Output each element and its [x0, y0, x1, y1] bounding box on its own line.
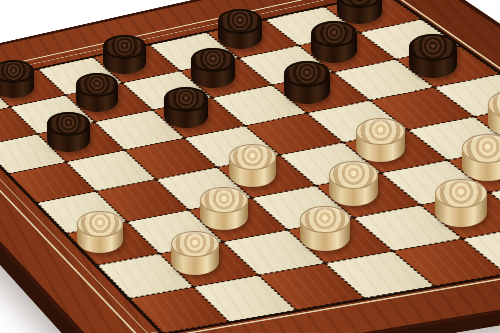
piece-top-face [409, 34, 457, 61]
piece-top-face [103, 35, 146, 59]
piece-dark[interactable] [164, 87, 209, 128]
piece-light[interactable] [329, 161, 378, 206]
piece-top-face [229, 144, 276, 170]
piece-dark[interactable] [311, 21, 357, 63]
piece-top-face [164, 87, 209, 112]
piece-top-face [284, 61, 330, 87]
piece-dark[interactable] [191, 48, 235, 89]
piece-dark[interactable] [47, 112, 90, 152]
piece-top-face [200, 187, 248, 214]
piece-dark[interactable] [0, 60, 34, 98]
piece-dark[interactable] [103, 35, 146, 74]
piece-light[interactable] [229, 144, 276, 187]
checkers-board-photo [0, 0, 500, 333]
piece-light[interactable] [300, 206, 350, 252]
piece-top-face [311, 21, 357, 47]
piece-light[interactable] [462, 134, 500, 181]
piece-top-face [329, 161, 378, 189]
piece-light[interactable] [171, 231, 219, 275]
piece-top-face [356, 118, 405, 145]
piece-dark[interactable] [76, 73, 119, 112]
piece-top-face [218, 9, 262, 34]
piece-dark[interactable] [409, 34, 457, 78]
piece-light[interactable] [488, 90, 500, 137]
piece-light[interactable] [435, 179, 487, 227]
piece-light[interactable] [356, 118, 405, 163]
piece-dark[interactable] [218, 9, 262, 50]
piece-top-face [77, 211, 123, 237]
pieces-layer [0, 0, 500, 333]
piece-dark[interactable] [284, 61, 330, 104]
piece-light[interactable] [77, 211, 123, 253]
piece-light[interactable] [200, 187, 248, 231]
